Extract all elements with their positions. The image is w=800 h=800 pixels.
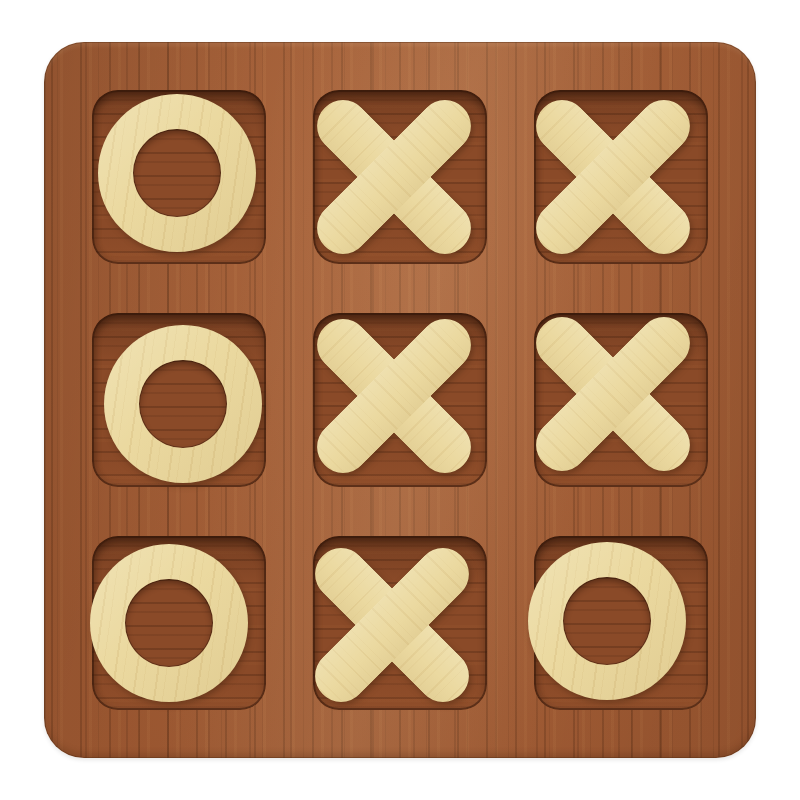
piece-o-r3c3[interactable] <box>528 542 686 700</box>
piece-x-r2c3[interactable] <box>527 308 699 480</box>
tic-tac-toe-board <box>44 42 756 758</box>
piece-o-r1c1[interactable] <box>98 94 256 252</box>
piece-o-r2c1[interactable] <box>104 325 262 483</box>
product-photo <box>0 0 800 800</box>
cell-r3c2[interactable] <box>313 536 487 710</box>
piece-x-r1c3[interactable] <box>527 91 699 263</box>
o-hole <box>125 579 213 667</box>
piece-x-r1c2[interactable] <box>308 91 480 263</box>
cell-r1c1[interactable] <box>92 90 266 264</box>
o-hole <box>563 577 651 665</box>
cell-r3c3[interactable] <box>534 536 708 710</box>
cell-r2c3[interactable] <box>534 313 708 487</box>
cell-r1c3[interactable] <box>534 90 708 264</box>
cell-r2c1[interactable] <box>92 313 266 487</box>
o-hole <box>139 360 227 448</box>
piece-x-r3c2[interactable] <box>306 539 478 711</box>
cell-r2c2[interactable] <box>313 313 487 487</box>
piece-x-r2c2[interactable] <box>308 310 480 482</box>
o-hole <box>133 129 221 217</box>
cell-r1c2[interactable] <box>313 90 487 264</box>
piece-o-r3c1[interactable] <box>90 544 248 702</box>
cell-r3c1[interactable] <box>92 536 266 710</box>
